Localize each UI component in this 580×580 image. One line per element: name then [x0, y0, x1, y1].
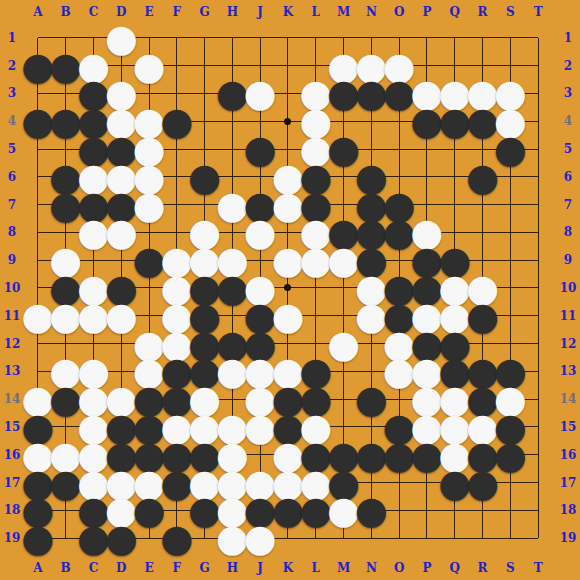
intersection-F19[interactable]: ●	[163, 524, 191, 552]
intersection-O8[interactable]: ●	[385, 219, 413, 247]
intersection-B8[interactable]	[52, 219, 80, 247]
intersection-C8[interactable]: ●	[80, 219, 108, 247]
intersection-G14[interactable]: ●	[191, 385, 219, 413]
intersection-O14[interactable]	[385, 385, 413, 413]
intersection-N6[interactable]: ●	[357, 163, 385, 191]
intersection-P1[interactable]	[413, 24, 441, 52]
intersection-T5[interactable]	[524, 135, 552, 163]
intersection-O11[interactable]: ●	[385, 302, 413, 330]
intersection-A10[interactable]	[24, 274, 52, 302]
intersection-P5[interactable]	[413, 135, 441, 163]
intersection-T12[interactable]	[524, 330, 552, 358]
intersection-O6[interactable]	[385, 163, 413, 191]
intersection-Q17[interactable]: ●	[441, 469, 469, 497]
intersection-M10[interactable]	[330, 274, 358, 302]
intersection-M17[interactable]: ●	[330, 469, 358, 497]
intersection-T18[interactable]	[524, 496, 552, 524]
intersection-H7[interactable]: ●	[219, 191, 247, 219]
intersection-F5[interactable]	[163, 135, 191, 163]
intersection-F6[interactable]	[163, 163, 191, 191]
intersection-C3[interactable]: ●	[80, 80, 108, 108]
intersection-E16[interactable]: ●	[135, 441, 163, 469]
intersection-A12[interactable]	[24, 330, 52, 358]
intersection-L12[interactable]	[302, 330, 330, 358]
intersection-C2[interactable]: ●	[80, 52, 108, 80]
intersection-O18[interactable]	[385, 496, 413, 524]
intersection-O4[interactable]	[385, 107, 413, 135]
intersection-P18[interactable]	[413, 496, 441, 524]
intersection-R11[interactable]: ●	[469, 302, 497, 330]
intersection-T14[interactable]	[524, 385, 552, 413]
intersection-M6[interactable]	[330, 163, 358, 191]
intersection-H8[interactable]	[219, 219, 247, 247]
intersection-Q7[interactable]	[441, 191, 469, 219]
intersection-H12[interactable]: ●	[219, 330, 247, 358]
intersection-R12[interactable]	[469, 330, 497, 358]
intersection-S3[interactable]: ●	[496, 80, 524, 108]
intersection-E11[interactable]	[135, 302, 163, 330]
intersection-L18[interactable]: ●	[302, 496, 330, 524]
intersection-D8[interactable]: ●	[107, 219, 135, 247]
intersection-L7[interactable]: ●	[302, 191, 330, 219]
intersection-G17[interactable]: ●	[191, 469, 219, 497]
intersection-C18[interactable]: ●	[80, 496, 108, 524]
intersection-N16[interactable]: ●	[357, 441, 385, 469]
intersection-A1[interactable]	[24, 24, 52, 52]
intersection-Q2[interactable]	[441, 52, 469, 80]
intersection-A14[interactable]: ●	[24, 385, 52, 413]
intersection-P3[interactable]: ●	[413, 80, 441, 108]
intersection-K10[interactable]	[274, 274, 302, 302]
intersection-N14[interactable]: ●	[357, 385, 385, 413]
intersection-J6[interactable]	[246, 163, 274, 191]
intersection-O5[interactable]	[385, 135, 413, 163]
intersection-R14[interactable]: ●	[469, 385, 497, 413]
intersection-K8[interactable]	[274, 219, 302, 247]
intersection-H5[interactable]	[219, 135, 247, 163]
intersection-P13[interactable]: ●	[413, 357, 441, 385]
intersection-H9[interactable]: ●	[219, 246, 247, 274]
intersection-G1[interactable]	[191, 24, 219, 52]
intersection-P12[interactable]: ●	[413, 330, 441, 358]
intersection-P10[interactable]: ●	[413, 274, 441, 302]
intersection-F10[interactable]: ●	[163, 274, 191, 302]
intersection-K13[interactable]: ●	[274, 357, 302, 385]
intersection-M19[interactable]	[330, 524, 358, 552]
intersection-G16[interactable]: ●	[191, 441, 219, 469]
intersection-L6[interactable]: ●	[302, 163, 330, 191]
intersection-Q11[interactable]: ●	[441, 302, 469, 330]
intersection-H4[interactable]	[219, 107, 247, 135]
intersection-J4[interactable]	[246, 107, 274, 135]
intersection-B12[interactable]	[52, 330, 80, 358]
intersection-G18[interactable]: ●	[191, 496, 219, 524]
intersection-L4[interactable]: ●	[302, 107, 330, 135]
intersection-P4[interactable]: ●	[413, 107, 441, 135]
intersection-O3[interactable]: ●	[385, 80, 413, 108]
intersection-L2[interactable]	[302, 52, 330, 80]
intersection-E2[interactable]: ●	[135, 52, 163, 80]
intersection-E15[interactable]: ●	[135, 413, 163, 441]
intersection-J11[interactable]: ●	[246, 302, 274, 330]
intersection-S6[interactable]	[496, 163, 524, 191]
intersection-F2[interactable]	[163, 52, 191, 80]
intersection-R9[interactable]	[469, 246, 497, 274]
intersection-N11[interactable]: ●	[357, 302, 385, 330]
intersection-E13[interactable]: ●	[135, 357, 163, 385]
intersection-E6[interactable]: ●	[135, 163, 163, 191]
intersection-N3[interactable]: ●	[357, 80, 385, 108]
intersection-F7[interactable]	[163, 191, 191, 219]
intersection-A4[interactable]: ●	[24, 107, 52, 135]
intersection-G9[interactable]: ●	[191, 246, 219, 274]
intersection-H11[interactable]	[219, 302, 247, 330]
intersection-P8[interactable]: ●	[413, 219, 441, 247]
intersection-C10[interactable]: ●	[80, 274, 108, 302]
intersection-A3[interactable]	[24, 80, 52, 108]
intersection-M12[interactable]: ●	[330, 330, 358, 358]
intersection-R2[interactable]	[469, 52, 497, 80]
intersection-H10[interactable]: ●	[219, 274, 247, 302]
intersection-L17[interactable]: ●	[302, 469, 330, 497]
intersection-E1[interactable]	[135, 24, 163, 52]
intersection-J2[interactable]	[246, 52, 274, 80]
intersection-Q5[interactable]	[441, 135, 469, 163]
intersection-T3[interactable]	[524, 80, 552, 108]
intersection-H16[interactable]: ●	[219, 441, 247, 469]
intersection-K11[interactable]: ●	[274, 302, 302, 330]
intersection-T2[interactable]	[524, 52, 552, 80]
intersection-N10[interactable]: ●	[357, 274, 385, 302]
intersection-J13[interactable]: ●	[246, 357, 274, 385]
intersection-B1[interactable]	[52, 24, 80, 52]
intersection-J10[interactable]: ●	[246, 274, 274, 302]
intersection-Q1[interactable]	[441, 24, 469, 52]
intersection-S12[interactable]	[496, 330, 524, 358]
intersection-M11[interactable]	[330, 302, 358, 330]
intersection-D18[interactable]: ●	[107, 496, 135, 524]
intersection-C17[interactable]: ●	[80, 469, 108, 497]
intersection-S2[interactable]	[496, 52, 524, 80]
intersection-A7[interactable]	[24, 191, 52, 219]
intersection-F1[interactable]	[163, 24, 191, 52]
intersection-M13[interactable]	[330, 357, 358, 385]
intersection-F14[interactable]: ●	[163, 385, 191, 413]
intersection-J8[interactable]: ●	[246, 219, 274, 247]
intersection-Q10[interactable]: ●	[441, 274, 469, 302]
intersection-C16[interactable]: ●	[80, 441, 108, 469]
intersection-D6[interactable]: ●	[107, 163, 135, 191]
intersection-H18[interactable]: ●	[219, 496, 247, 524]
intersection-C19[interactable]: ●	[80, 524, 108, 552]
intersection-A8[interactable]	[24, 219, 52, 247]
intersection-Q16[interactable]: ●	[441, 441, 469, 469]
intersection-K4[interactable]	[274, 107, 302, 135]
intersection-L19[interactable]	[302, 524, 330, 552]
intersection-T13[interactable]	[524, 357, 552, 385]
intersection-F9[interactable]: ●	[163, 246, 191, 274]
intersection-H6[interactable]	[219, 163, 247, 191]
intersection-F3[interactable]	[163, 80, 191, 108]
intersection-C1[interactable]	[80, 24, 108, 52]
intersection-J7[interactable]: ●	[246, 191, 274, 219]
intersection-E12[interactable]: ●	[135, 330, 163, 358]
intersection-Q4[interactable]: ●	[441, 107, 469, 135]
intersection-M14[interactable]	[330, 385, 358, 413]
intersection-P16[interactable]: ●	[413, 441, 441, 469]
intersection-J16[interactable]	[246, 441, 274, 469]
intersection-N5[interactable]	[357, 135, 385, 163]
intersection-B5[interactable]	[52, 135, 80, 163]
intersection-L13[interactable]: ●	[302, 357, 330, 385]
intersection-Q15[interactable]: ●	[441, 413, 469, 441]
intersection-H15[interactable]: ●	[219, 413, 247, 441]
intersection-D19[interactable]: ●	[107, 524, 135, 552]
intersection-D10[interactable]: ●	[107, 274, 135, 302]
intersection-A9[interactable]	[24, 246, 52, 274]
intersection-B9[interactable]: ●	[52, 246, 80, 274]
intersection-O15[interactable]: ●	[385, 413, 413, 441]
intersection-T1[interactable]	[524, 24, 552, 52]
intersection-B18[interactable]	[52, 496, 80, 524]
intersection-E8[interactable]	[135, 219, 163, 247]
intersection-H13[interactable]: ●	[219, 357, 247, 385]
intersection-Q9[interactable]: ●	[441, 246, 469, 274]
intersection-G10[interactable]: ●	[191, 274, 219, 302]
intersection-G8[interactable]: ●	[191, 219, 219, 247]
intersection-N9[interactable]: ●	[357, 246, 385, 274]
intersection-D15[interactable]: ●	[107, 413, 135, 441]
intersection-K9[interactable]: ●	[274, 246, 302, 274]
intersection-S4[interactable]: ●	[496, 107, 524, 135]
intersection-L16[interactable]: ●	[302, 441, 330, 469]
intersection-J19[interactable]: ●	[246, 524, 274, 552]
intersection-T6[interactable]	[524, 163, 552, 191]
intersection-R19[interactable]	[469, 524, 497, 552]
intersection-M7[interactable]	[330, 191, 358, 219]
intersection-T16[interactable]	[524, 441, 552, 469]
intersection-A16[interactable]: ●	[24, 441, 52, 469]
intersection-G11[interactable]: ●	[191, 302, 219, 330]
intersection-T7[interactable]	[524, 191, 552, 219]
intersection-O1[interactable]	[385, 24, 413, 52]
intersection-O13[interactable]: ●	[385, 357, 413, 385]
intersection-N1[interactable]	[357, 24, 385, 52]
intersection-P11[interactable]: ●	[413, 302, 441, 330]
intersection-K7[interactable]: ●	[274, 191, 302, 219]
intersection-J15[interactable]: ●	[246, 413, 274, 441]
intersection-C6[interactable]: ●	[80, 163, 108, 191]
intersection-R13[interactable]: ●	[469, 357, 497, 385]
intersection-K17[interactable]: ●	[274, 469, 302, 497]
intersection-C7[interactable]: ●	[80, 191, 108, 219]
intersection-G15[interactable]: ●	[191, 413, 219, 441]
intersection-S13[interactable]: ●	[496, 357, 524, 385]
intersection-P17[interactable]	[413, 469, 441, 497]
intersection-N15[interactable]	[357, 413, 385, 441]
intersection-L5[interactable]: ●	[302, 135, 330, 163]
intersection-K14[interactable]: ●	[274, 385, 302, 413]
intersection-D12[interactable]	[107, 330, 135, 358]
intersection-Q3[interactable]: ●	[441, 80, 469, 108]
intersection-G2[interactable]	[191, 52, 219, 80]
intersection-O16[interactable]: ●	[385, 441, 413, 469]
intersection-B2[interactable]: ●	[52, 52, 80, 80]
intersection-T15[interactable]	[524, 413, 552, 441]
intersection-C9[interactable]	[80, 246, 108, 274]
intersection-F16[interactable]: ●	[163, 441, 191, 469]
intersection-Q18[interactable]	[441, 496, 469, 524]
intersection-H14[interactable]	[219, 385, 247, 413]
intersection-L3[interactable]: ●	[302, 80, 330, 108]
intersection-L11[interactable]	[302, 302, 330, 330]
intersection-R4[interactable]: ●	[469, 107, 497, 135]
intersection-O10[interactable]: ●	[385, 274, 413, 302]
intersection-P7[interactable]	[413, 191, 441, 219]
intersection-J5[interactable]: ●	[246, 135, 274, 163]
intersection-E7[interactable]: ●	[135, 191, 163, 219]
intersection-D13[interactable]	[107, 357, 135, 385]
intersection-S15[interactable]: ●	[496, 413, 524, 441]
intersection-R8[interactable]	[469, 219, 497, 247]
intersection-F15[interactable]: ●	[163, 413, 191, 441]
intersection-J9[interactable]	[246, 246, 274, 274]
intersection-F13[interactable]: ●	[163, 357, 191, 385]
intersection-F8[interactable]	[163, 219, 191, 247]
intersection-J1[interactable]	[246, 24, 274, 52]
intersection-K18[interactable]: ●	[274, 496, 302, 524]
intersection-B7[interactable]: ●	[52, 191, 80, 219]
intersection-O2[interactable]: ●	[385, 52, 413, 80]
intersection-B14[interactable]: ●	[52, 385, 80, 413]
intersection-N2[interactable]: ●	[357, 52, 385, 80]
intersection-B15[interactable]	[52, 413, 80, 441]
intersection-G19[interactable]	[191, 524, 219, 552]
intersection-D1[interactable]: ●	[107, 24, 135, 52]
intersection-Q19[interactable]	[441, 524, 469, 552]
intersection-D9[interactable]	[107, 246, 135, 274]
intersection-G3[interactable]	[191, 80, 219, 108]
intersection-S16[interactable]: ●	[496, 441, 524, 469]
intersection-R16[interactable]: ●	[469, 441, 497, 469]
intersection-L14[interactable]: ●	[302, 385, 330, 413]
intersection-M18[interactable]: ●	[330, 496, 358, 524]
intersection-M9[interactable]: ●	[330, 246, 358, 274]
intersection-K19[interactable]	[274, 524, 302, 552]
intersection-R15[interactable]: ●	[469, 413, 497, 441]
intersection-G13[interactable]: ●	[191, 357, 219, 385]
intersection-C12[interactable]	[80, 330, 108, 358]
intersection-T19[interactable]	[524, 524, 552, 552]
intersection-S10[interactable]	[496, 274, 524, 302]
intersection-S14[interactable]: ●	[496, 385, 524, 413]
intersection-J18[interactable]: ●	[246, 496, 274, 524]
intersection-T4[interactable]	[524, 107, 552, 135]
intersection-Q12[interactable]: ●	[441, 330, 469, 358]
intersection-T8[interactable]	[524, 219, 552, 247]
intersection-T17[interactable]	[524, 469, 552, 497]
intersection-R6[interactable]: ●	[469, 163, 497, 191]
intersection-A15[interactable]: ●	[24, 413, 52, 441]
intersection-P9[interactable]: ●	[413, 246, 441, 274]
intersection-Q8[interactable]	[441, 219, 469, 247]
intersection-B16[interactable]: ●	[52, 441, 80, 469]
intersection-N19[interactable]	[357, 524, 385, 552]
intersection-K15[interactable]: ●	[274, 413, 302, 441]
intersection-A5[interactable]	[24, 135, 52, 163]
intersection-M1[interactable]	[330, 24, 358, 52]
intersection-T9[interactable]	[524, 246, 552, 274]
intersection-K1[interactable]	[274, 24, 302, 52]
intersection-H17[interactable]: ●	[219, 469, 247, 497]
intersection-B4[interactable]: ●	[52, 107, 80, 135]
intersection-L1[interactable]	[302, 24, 330, 52]
intersection-E10[interactable]	[135, 274, 163, 302]
intersection-E14[interactable]: ●	[135, 385, 163, 413]
intersection-D7[interactable]: ●	[107, 191, 135, 219]
intersection-E18[interactable]: ●	[135, 496, 163, 524]
intersection-F18[interactable]	[163, 496, 191, 524]
intersection-L10[interactable]	[302, 274, 330, 302]
intersection-D4[interactable]: ●	[107, 107, 135, 135]
intersection-D17[interactable]: ●	[107, 469, 135, 497]
intersection-R7[interactable]	[469, 191, 497, 219]
intersection-K6[interactable]: ●	[274, 163, 302, 191]
intersection-M5[interactable]: ●	[330, 135, 358, 163]
intersection-C5[interactable]: ●	[80, 135, 108, 163]
intersection-D16[interactable]: ●	[107, 441, 135, 469]
intersection-S18[interactable]	[496, 496, 524, 524]
intersection-A17[interactable]: ●	[24, 469, 52, 497]
intersection-C15[interactable]: ●	[80, 413, 108, 441]
intersection-G12[interactable]: ●	[191, 330, 219, 358]
intersection-F11[interactable]: ●	[163, 302, 191, 330]
intersection-G7[interactable]	[191, 191, 219, 219]
intersection-O9[interactable]	[385, 246, 413, 274]
intersection-K12[interactable]	[274, 330, 302, 358]
intersection-D2[interactable]	[107, 52, 135, 80]
intersection-R18[interactable]	[469, 496, 497, 524]
intersection-G5[interactable]	[191, 135, 219, 163]
intersection-M4[interactable]	[330, 107, 358, 135]
intersection-R5[interactable]	[469, 135, 497, 163]
intersection-R1[interactable]	[469, 24, 497, 52]
intersection-F4[interactable]: ●	[163, 107, 191, 135]
intersection-D14[interactable]: ●	[107, 385, 135, 413]
intersection-H19[interactable]: ●	[219, 524, 247, 552]
intersection-D11[interactable]: ●	[107, 302, 135, 330]
intersection-M3[interactable]: ●	[330, 80, 358, 108]
intersection-A11[interactable]: ●	[24, 302, 52, 330]
intersection-E9[interactable]: ●	[135, 246, 163, 274]
intersection-M15[interactable]	[330, 413, 358, 441]
intersection-A6[interactable]	[24, 163, 52, 191]
intersection-N13[interactable]	[357, 357, 385, 385]
intersection-S17[interactable]	[496, 469, 524, 497]
intersection-J12[interactable]: ●	[246, 330, 274, 358]
intersection-C13[interactable]: ●	[80, 357, 108, 385]
intersection-T11[interactable]	[524, 302, 552, 330]
intersection-R3[interactable]: ●	[469, 80, 497, 108]
intersection-O17[interactable]	[385, 469, 413, 497]
intersection-E4[interactable]: ●	[135, 107, 163, 135]
intersection-A19[interactable]: ●	[24, 524, 52, 552]
intersection-B3[interactable]	[52, 80, 80, 108]
intersection-C14[interactable]: ●	[80, 385, 108, 413]
intersection-N7[interactable]: ●	[357, 191, 385, 219]
intersection-O7[interactable]: ●	[385, 191, 413, 219]
intersection-P2[interactable]	[413, 52, 441, 80]
